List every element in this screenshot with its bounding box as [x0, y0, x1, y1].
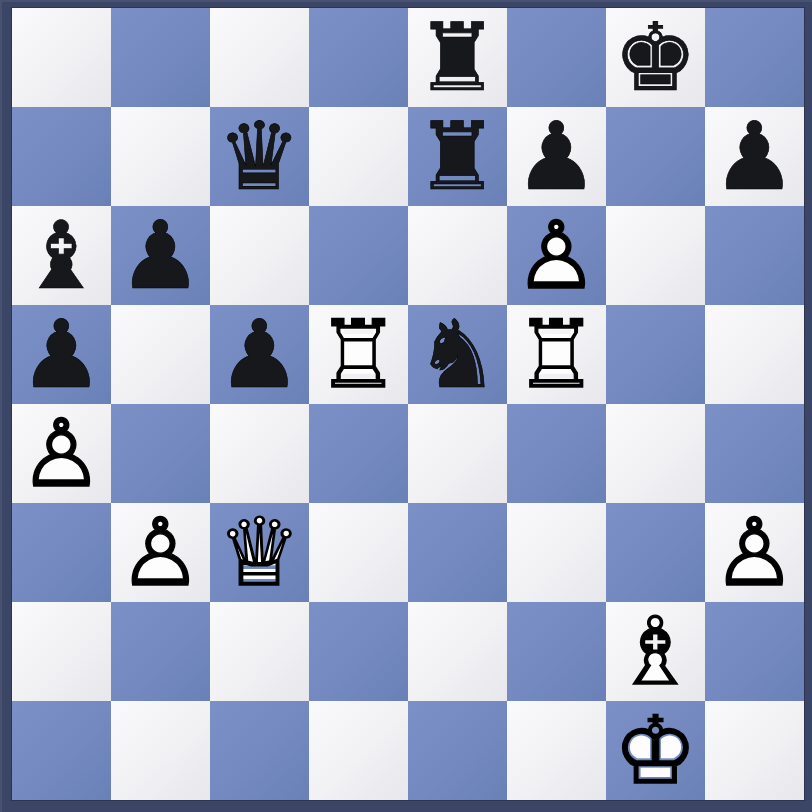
square-c5[interactable]: ♟ — [210, 305, 309, 404]
black-bishop[interactable]: ♝ — [12, 206, 111, 305]
square-a8[interactable] — [12, 8, 111, 107]
square-c6[interactable] — [210, 206, 309, 305]
square-a1[interactable] — [12, 701, 111, 800]
square-b6[interactable]: ♟ — [111, 206, 210, 305]
square-e6[interactable] — [408, 206, 507, 305]
square-f3[interactable] — [507, 503, 606, 602]
square-f6[interactable]: ♟♙ — [507, 206, 606, 305]
white-pawn[interactable]: ♙ — [705, 503, 804, 602]
square-c4[interactable] — [210, 404, 309, 503]
black-knight[interactable]: ♞ — [408, 305, 507, 404]
white-king[interactable]: ♔ — [606, 701, 705, 800]
white-queen[interactable]: ♕ — [210, 503, 309, 602]
square-e4[interactable] — [408, 404, 507, 503]
square-e5[interactable]: ♞ — [408, 305, 507, 404]
black-pawn[interactable]: ♟ — [507, 107, 606, 206]
square-g6[interactable] — [606, 206, 705, 305]
square-b5[interactable] — [111, 305, 210, 404]
square-g8[interactable]: ♚ — [606, 8, 705, 107]
chess-board-frame: ♜♚♛♜♟♟♝♟♟♙♟♟♜♖♞♜♖♟♙♟♙♛♕♟♙♝♗♚♔ — [0, 0, 812, 812]
square-a3[interactable] — [12, 503, 111, 602]
square-b3[interactable]: ♟♙ — [111, 503, 210, 602]
square-b2[interactable] — [111, 602, 210, 701]
square-h8[interactable] — [705, 8, 804, 107]
square-d5[interactable]: ♜♖ — [309, 305, 408, 404]
square-d1[interactable] — [309, 701, 408, 800]
square-d4[interactable] — [309, 404, 408, 503]
white-bishop[interactable]: ♗ — [606, 602, 705, 701]
square-c3[interactable]: ♛♕ — [210, 503, 309, 602]
black-rook[interactable]: ♜ — [408, 107, 507, 206]
square-c8[interactable] — [210, 8, 309, 107]
square-b8[interactable] — [111, 8, 210, 107]
square-a5[interactable]: ♟ — [12, 305, 111, 404]
square-a7[interactable] — [12, 107, 111, 206]
square-g7[interactable] — [606, 107, 705, 206]
square-g4[interactable] — [606, 404, 705, 503]
square-d7[interactable] — [309, 107, 408, 206]
white-pawn[interactable]: ♙ — [507, 206, 606, 305]
chess-board: ♜♚♛♜♟♟♝♟♟♙♟♟♜♖♞♜♖♟♙♟♙♛♕♟♙♝♗♚♔ — [12, 8, 804, 800]
black-pawn[interactable]: ♟ — [210, 305, 309, 404]
square-g1[interactable]: ♚♔ — [606, 701, 705, 800]
square-a6[interactable]: ♝ — [12, 206, 111, 305]
square-b1[interactable] — [111, 701, 210, 800]
black-pawn[interactable]: ♟ — [705, 107, 804, 206]
square-f7[interactable]: ♟ — [507, 107, 606, 206]
square-g5[interactable] — [606, 305, 705, 404]
square-d6[interactable] — [309, 206, 408, 305]
white-rook[interactable]: ♖ — [507, 305, 606, 404]
square-e3[interactable] — [408, 503, 507, 602]
white-pawn[interactable]: ♙ — [12, 404, 111, 503]
square-c7[interactable]: ♛ — [210, 107, 309, 206]
square-f4[interactable] — [507, 404, 606, 503]
square-d2[interactable] — [309, 602, 408, 701]
square-c2[interactable] — [210, 602, 309, 701]
square-d8[interactable] — [309, 8, 408, 107]
square-e8[interactable]: ♜ — [408, 8, 507, 107]
square-h5[interactable] — [705, 305, 804, 404]
white-rook[interactable]: ♖ — [309, 305, 408, 404]
square-f2[interactable] — [507, 602, 606, 701]
square-a4[interactable]: ♟♙ — [12, 404, 111, 503]
square-h2[interactable] — [705, 602, 804, 701]
square-d3[interactable] — [309, 503, 408, 602]
square-b7[interactable] — [111, 107, 210, 206]
square-b4[interactable] — [111, 404, 210, 503]
black-king[interactable]: ♚ — [606, 8, 705, 107]
square-e1[interactable] — [408, 701, 507, 800]
square-f5[interactable]: ♜♖ — [507, 305, 606, 404]
square-h1[interactable] — [705, 701, 804, 800]
square-h4[interactable] — [705, 404, 804, 503]
black-pawn[interactable]: ♟ — [111, 206, 210, 305]
square-f8[interactable] — [507, 8, 606, 107]
black-pawn[interactable]: ♟ — [12, 305, 111, 404]
square-a2[interactable] — [12, 602, 111, 701]
square-e2[interactable] — [408, 602, 507, 701]
square-g3[interactable] — [606, 503, 705, 602]
black-queen[interactable]: ♛ — [210, 107, 309, 206]
square-e7[interactable]: ♜ — [408, 107, 507, 206]
square-c1[interactable] — [210, 701, 309, 800]
square-h7[interactable]: ♟ — [705, 107, 804, 206]
white-pawn[interactable]: ♙ — [111, 503, 210, 602]
square-f1[interactable] — [507, 701, 606, 800]
black-rook[interactable]: ♜ — [408, 8, 507, 107]
square-h6[interactable] — [705, 206, 804, 305]
square-h3[interactable]: ♟♙ — [705, 503, 804, 602]
square-g2[interactable]: ♝♗ — [606, 602, 705, 701]
